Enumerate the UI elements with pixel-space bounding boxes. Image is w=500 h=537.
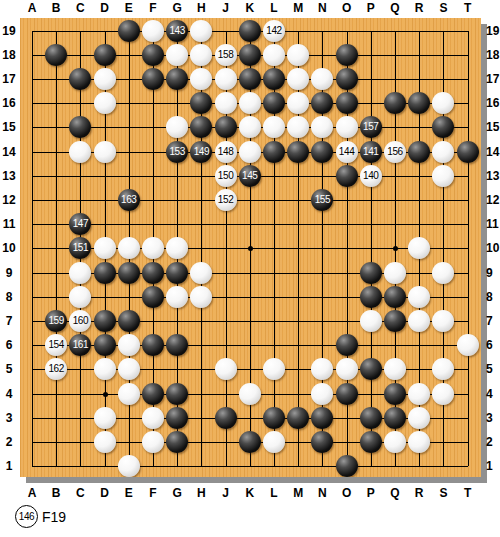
white-stone-F3 bbox=[142, 407, 164, 429]
white-stone-L19: 142 bbox=[263, 20, 285, 42]
white-stone-R7 bbox=[408, 310, 430, 332]
white-stone-R8 bbox=[408, 286, 430, 308]
black-stone-K13: 145 bbox=[239, 165, 261, 187]
column-label-bottom-S: S bbox=[434, 486, 452, 500]
star-point bbox=[103, 392, 108, 397]
black-stone-R16 bbox=[408, 92, 430, 114]
black-stone-H14: 149 bbox=[190, 141, 212, 163]
white-stone-B5: 162 bbox=[45, 358, 67, 380]
white-stone-B6: 154 bbox=[45, 334, 67, 356]
row-label-right-2: 2 bbox=[486, 435, 500, 449]
white-stone-R3 bbox=[408, 407, 430, 429]
row-label-right-17: 17 bbox=[486, 72, 500, 86]
black-stone-O17 bbox=[336, 68, 358, 90]
column-label-bottom-T: T bbox=[459, 486, 477, 500]
white-stone-E6 bbox=[118, 334, 140, 356]
row-label-right-13: 13 bbox=[486, 169, 500, 183]
black-stone-C10: 151 bbox=[69, 237, 91, 259]
column-label-top-Q: Q bbox=[386, 1, 404, 15]
column-label-top-O: O bbox=[338, 1, 356, 15]
white-stone-D5 bbox=[94, 358, 116, 380]
white-stone-F19 bbox=[142, 20, 164, 42]
black-stone-P15: 157 bbox=[360, 116, 382, 138]
column-label-top-T: T bbox=[459, 1, 477, 15]
black-stone-M14 bbox=[287, 141, 309, 163]
row-label-right-18: 18 bbox=[486, 48, 500, 62]
black-stone-T14 bbox=[457, 141, 479, 163]
white-stone-K16 bbox=[239, 92, 261, 114]
column-label-bottom-A: A bbox=[23, 486, 41, 500]
white-stone-Q14: 156 bbox=[384, 141, 406, 163]
caption-move-stone: 146 bbox=[15, 505, 38, 528]
row-label-left-18: 18 bbox=[0, 48, 18, 62]
white-stone-M18 bbox=[287, 44, 309, 66]
column-label-bottom-M: M bbox=[289, 486, 307, 500]
black-stone-G2 bbox=[166, 431, 188, 453]
white-stone-D16 bbox=[94, 92, 116, 114]
column-label-top-M: M bbox=[289, 1, 307, 15]
black-stone-P14: 141 bbox=[360, 141, 382, 163]
row-label-right-4: 4 bbox=[486, 387, 500, 401]
white-stone-C14 bbox=[69, 141, 91, 163]
white-stone-R2 bbox=[408, 431, 430, 453]
black-stone-L17 bbox=[263, 68, 285, 90]
white-stone-K4 bbox=[239, 383, 261, 405]
white-stone-E10 bbox=[118, 237, 140, 259]
black-stone-G6 bbox=[166, 334, 188, 356]
column-label-bottom-H: H bbox=[192, 486, 210, 500]
caption: 146 F19 bbox=[15, 505, 66, 528]
white-stone-S16 bbox=[432, 92, 454, 114]
black-stone-F6 bbox=[142, 334, 164, 356]
white-stone-J13: 150 bbox=[215, 165, 237, 187]
white-stone-O14: 144 bbox=[336, 141, 358, 163]
white-stone-P13: 140 bbox=[360, 165, 382, 187]
row-label-left-11: 11 bbox=[0, 217, 18, 231]
black-stone-P9 bbox=[360, 262, 382, 284]
column-label-bottom-G: G bbox=[168, 486, 186, 500]
black-stone-N3 bbox=[311, 407, 333, 429]
black-stone-O4 bbox=[336, 383, 358, 405]
black-stone-D6 bbox=[94, 334, 116, 356]
black-stone-G17 bbox=[166, 68, 188, 90]
white-stone-D2 bbox=[94, 431, 116, 453]
white-stone-D17 bbox=[94, 68, 116, 90]
black-stone-N14 bbox=[311, 141, 333, 163]
black-stone-P2 bbox=[360, 431, 382, 453]
white-stone-E5 bbox=[118, 358, 140, 380]
column-label-bottom-E: E bbox=[120, 486, 138, 500]
black-stone-C11: 147 bbox=[69, 213, 91, 235]
row-label-left-19: 19 bbox=[0, 24, 18, 38]
black-stone-E7 bbox=[118, 310, 140, 332]
column-label-bottom-Q: Q bbox=[386, 486, 404, 500]
white-stone-D3 bbox=[94, 407, 116, 429]
column-label-top-F: F bbox=[144, 1, 162, 15]
white-stone-H18 bbox=[190, 44, 212, 66]
row-label-left-5: 5 bbox=[0, 362, 18, 376]
white-stone-J16 bbox=[215, 92, 237, 114]
black-stone-Q8 bbox=[384, 286, 406, 308]
row-label-right-3: 3 bbox=[486, 411, 500, 425]
white-stone-J12: 152 bbox=[215, 189, 237, 211]
board-grid-line bbox=[468, 31, 469, 467]
column-label-bottom-D: D bbox=[96, 486, 114, 500]
black-stone-K2 bbox=[239, 431, 261, 453]
white-stone-L18 bbox=[263, 44, 285, 66]
black-stone-H15 bbox=[190, 116, 212, 138]
white-stone-O5 bbox=[336, 358, 358, 380]
row-label-right-6: 6 bbox=[486, 338, 500, 352]
black-stone-D7 bbox=[94, 310, 116, 332]
black-stone-C15 bbox=[69, 116, 91, 138]
row-label-right-7: 7 bbox=[486, 314, 500, 328]
white-stone-T6 bbox=[457, 334, 479, 356]
caption-move-number: 146 bbox=[19, 511, 35, 522]
row-label-left-12: 12 bbox=[0, 193, 18, 207]
board-shadow-bottom bbox=[26, 477, 487, 483]
white-stone-H19 bbox=[190, 20, 212, 42]
white-stone-D14 bbox=[94, 141, 116, 163]
white-stone-K15 bbox=[239, 116, 261, 138]
black-stone-O16 bbox=[336, 92, 358, 114]
white-stone-J5 bbox=[215, 358, 237, 380]
white-stone-S4 bbox=[432, 383, 454, 405]
white-stone-R10 bbox=[408, 237, 430, 259]
black-stone-C6: 161 bbox=[69, 334, 91, 356]
black-stone-J15 bbox=[215, 116, 237, 138]
black-stone-L16 bbox=[263, 92, 285, 114]
white-stone-S5 bbox=[432, 358, 454, 380]
column-label-top-B: B bbox=[47, 1, 65, 15]
white-stone-O15 bbox=[336, 116, 358, 138]
black-stone-O1 bbox=[336, 455, 358, 477]
column-label-bottom-O: O bbox=[338, 486, 356, 500]
black-stone-K17 bbox=[239, 68, 261, 90]
column-label-bottom-R: R bbox=[410, 486, 428, 500]
star-point bbox=[248, 246, 253, 251]
black-stone-E9 bbox=[118, 262, 140, 284]
white-stone-N17 bbox=[311, 68, 333, 90]
white-stone-Q2 bbox=[384, 431, 406, 453]
column-label-top-P: P bbox=[362, 1, 380, 15]
black-stone-Q3 bbox=[384, 407, 406, 429]
black-stone-F4 bbox=[142, 383, 164, 405]
white-stone-M17 bbox=[287, 68, 309, 90]
white-stone-G10 bbox=[166, 237, 188, 259]
black-stone-M3 bbox=[287, 407, 309, 429]
black-stone-G19: 143 bbox=[166, 20, 188, 42]
black-stone-H16 bbox=[190, 92, 212, 114]
black-stone-N16 bbox=[311, 92, 333, 114]
white-stone-S13 bbox=[432, 165, 454, 187]
white-stone-J17 bbox=[215, 68, 237, 90]
go-kifu-diagram: 1431421581571531491481441411561501451401… bbox=[0, 0, 500, 537]
row-label-left-10: 10 bbox=[0, 241, 18, 255]
white-stone-S14 bbox=[432, 141, 454, 163]
row-label-left-13: 13 bbox=[0, 169, 18, 183]
black-stone-E12: 163 bbox=[118, 189, 140, 211]
row-label-right-16: 16 bbox=[486, 96, 500, 110]
go-board[interactable]: 1431421581571531491481441411561501451401… bbox=[20, 18, 481, 477]
row-label-left-14: 14 bbox=[0, 145, 18, 159]
white-stone-N4 bbox=[311, 383, 333, 405]
black-stone-F18 bbox=[142, 44, 164, 66]
row-label-right-10: 10 bbox=[486, 241, 500, 255]
black-stone-L14 bbox=[263, 141, 285, 163]
column-label-top-S: S bbox=[434, 1, 452, 15]
column-label-bottom-J: J bbox=[217, 486, 235, 500]
white-stone-Q5 bbox=[384, 358, 406, 380]
black-stone-G3 bbox=[166, 407, 188, 429]
row-label-right-1: 1 bbox=[486, 459, 500, 473]
white-stone-P7 bbox=[360, 310, 382, 332]
row-label-left-2: 2 bbox=[0, 435, 18, 449]
black-stone-S15 bbox=[432, 116, 454, 138]
black-stone-Q16 bbox=[384, 92, 406, 114]
column-label-top-J: J bbox=[217, 1, 235, 15]
white-stone-D10 bbox=[94, 237, 116, 259]
star-point bbox=[393, 246, 398, 251]
row-label-left-15: 15 bbox=[0, 120, 18, 134]
column-label-top-L: L bbox=[265, 1, 283, 15]
white-stone-L15 bbox=[263, 116, 285, 138]
column-label-top-G: G bbox=[168, 1, 186, 15]
column-label-top-H: H bbox=[192, 1, 210, 15]
white-stone-G8 bbox=[166, 286, 188, 308]
black-stone-F9 bbox=[142, 262, 164, 284]
black-stone-D9 bbox=[94, 262, 116, 284]
white-stone-G18 bbox=[166, 44, 188, 66]
column-label-bottom-C: C bbox=[71, 486, 89, 500]
white-stone-L2 bbox=[263, 431, 285, 453]
white-stone-J14: 148 bbox=[215, 141, 237, 163]
white-stone-F2 bbox=[142, 431, 164, 453]
column-label-top-E: E bbox=[120, 1, 138, 15]
white-stone-E1 bbox=[118, 455, 140, 477]
black-stone-J3 bbox=[215, 407, 237, 429]
row-label-right-8: 8 bbox=[486, 290, 500, 304]
white-stone-H8 bbox=[190, 286, 212, 308]
white-stone-H17 bbox=[190, 68, 212, 90]
black-stone-Q4 bbox=[384, 383, 406, 405]
white-stone-S9 bbox=[432, 262, 454, 284]
white-stone-N5 bbox=[311, 358, 333, 380]
white-stone-N15 bbox=[311, 116, 333, 138]
column-label-top-C: C bbox=[71, 1, 89, 15]
black-stone-E19 bbox=[118, 20, 140, 42]
board-grid-line bbox=[32, 466, 468, 467]
white-stone-C9 bbox=[69, 262, 91, 284]
column-label-bottom-F: F bbox=[144, 486, 162, 500]
black-stone-O18 bbox=[336, 44, 358, 66]
row-label-right-14: 14 bbox=[486, 145, 500, 159]
row-label-left-8: 8 bbox=[0, 290, 18, 304]
column-label-top-A: A bbox=[23, 1, 41, 15]
black-stone-K18 bbox=[239, 44, 261, 66]
column-label-bottom-P: P bbox=[362, 486, 380, 500]
white-stone-L5 bbox=[263, 358, 285, 380]
row-label-left-9: 9 bbox=[0, 266, 18, 280]
black-stone-N2 bbox=[311, 431, 333, 453]
black-stone-O13 bbox=[336, 165, 358, 187]
row-label-left-4: 4 bbox=[0, 387, 18, 401]
column-label-bottom-L: L bbox=[265, 486, 283, 500]
row-label-right-5: 5 bbox=[486, 362, 500, 376]
row-label-left-7: 7 bbox=[0, 314, 18, 328]
column-label-bottom-K: K bbox=[241, 486, 259, 500]
white-stone-M15 bbox=[287, 116, 309, 138]
row-label-right-11: 11 bbox=[486, 217, 500, 231]
black-stone-G4 bbox=[166, 383, 188, 405]
white-stone-H9 bbox=[190, 262, 212, 284]
white-stone-S7 bbox=[432, 310, 454, 332]
black-stone-O6 bbox=[336, 334, 358, 356]
black-stone-C17 bbox=[69, 68, 91, 90]
row-label-left-6: 6 bbox=[0, 338, 18, 352]
row-label-right-12: 12 bbox=[486, 193, 500, 207]
black-stone-P3 bbox=[360, 407, 382, 429]
row-label-left-1: 1 bbox=[0, 459, 18, 473]
row-label-left-16: 16 bbox=[0, 96, 18, 110]
column-label-bottom-B: B bbox=[47, 486, 65, 500]
column-label-bottom-N: N bbox=[313, 486, 331, 500]
white-stone-E4 bbox=[118, 383, 140, 405]
white-stone-G15 bbox=[166, 116, 188, 138]
black-stone-F8 bbox=[142, 286, 164, 308]
board-grid-line bbox=[371, 31, 372, 467]
black-stone-B7: 159 bbox=[45, 310, 67, 332]
black-stone-Q7 bbox=[384, 310, 406, 332]
black-stone-P5 bbox=[360, 358, 382, 380]
black-stone-G14: 153 bbox=[166, 141, 188, 163]
black-stone-B18 bbox=[45, 44, 67, 66]
column-label-top-R: R bbox=[410, 1, 428, 15]
row-label-left-17: 17 bbox=[0, 72, 18, 86]
row-label-right-19: 19 bbox=[486, 24, 500, 38]
white-stone-C8 bbox=[69, 286, 91, 308]
white-stone-F10 bbox=[142, 237, 164, 259]
white-stone-R4 bbox=[408, 383, 430, 405]
black-stone-P8 bbox=[360, 286, 382, 308]
white-stone-J18: 158 bbox=[215, 44, 237, 66]
white-stone-Q9 bbox=[384, 262, 406, 284]
row-label-right-9: 9 bbox=[486, 266, 500, 280]
black-stone-R14 bbox=[408, 141, 430, 163]
black-stone-N12: 155 bbox=[311, 189, 333, 211]
black-stone-F17 bbox=[142, 68, 164, 90]
column-label-top-D: D bbox=[96, 1, 114, 15]
white-stone-K14 bbox=[239, 141, 261, 163]
white-stone-M16 bbox=[287, 92, 309, 114]
black-stone-K19 bbox=[239, 20, 261, 42]
row-label-left-3: 3 bbox=[0, 411, 18, 425]
caption-coordinate: F19 bbox=[42, 509, 66, 525]
black-stone-G9 bbox=[166, 262, 188, 284]
column-label-top-N: N bbox=[313, 1, 331, 15]
row-label-right-15: 15 bbox=[486, 120, 500, 134]
column-label-top-K: K bbox=[241, 1, 259, 15]
black-stone-D18 bbox=[94, 44, 116, 66]
black-stone-L3 bbox=[263, 407, 285, 429]
white-stone-C7: 160 bbox=[69, 310, 91, 332]
